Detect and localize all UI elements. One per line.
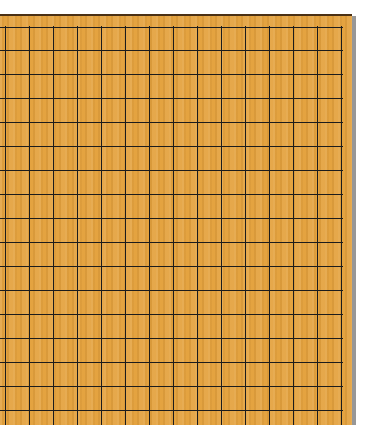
board-grid-lines (0, 26, 343, 425)
column-coordinates (0, 0, 380, 14)
row-coordinates (356, 14, 380, 425)
go-board[interactable] (0, 14, 352, 425)
